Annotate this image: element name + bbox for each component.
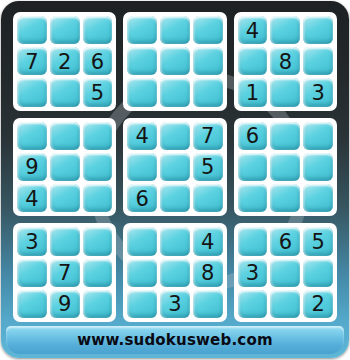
cell-r6c5[interactable] xyxy=(160,184,190,212)
cell-r1c3[interactable] xyxy=(83,16,113,44)
given-digit: 5 xyxy=(91,81,104,104)
cell-r9c1[interactable] xyxy=(17,290,47,318)
cell-r5c9[interactable] xyxy=(303,153,333,181)
given-digit: 4 xyxy=(201,230,214,253)
cell-r6c3[interactable] xyxy=(83,184,113,212)
cell-r8c6[interactable]: 8 xyxy=(193,259,223,287)
given-digit: 3 xyxy=(246,261,259,284)
cell-r1c2[interactable] xyxy=(50,16,80,44)
cell-r5c6[interactable]: 5 xyxy=(193,153,223,181)
given-digit: 3 xyxy=(311,81,324,104)
cell-r2c2[interactable]: 2 xyxy=(50,47,80,75)
given-digit: 4 xyxy=(25,187,38,210)
cell-r4c9[interactable] xyxy=(303,122,333,150)
cell-r8c4[interactable] xyxy=(127,259,157,287)
cell-r4c7[interactable]: 6 xyxy=(238,122,268,150)
given-digit: 6 xyxy=(91,50,104,73)
cell-r7c3[interactable] xyxy=(83,227,113,255)
cell-r6c4[interactable]: 6 xyxy=(127,184,157,212)
cell-r1c4[interactable] xyxy=(127,16,157,44)
given-digit: 8 xyxy=(279,50,292,73)
given-digit: 6 xyxy=(136,187,149,210)
cell-r4c8[interactable] xyxy=(270,122,300,150)
box-2-3: 6 xyxy=(234,118,337,217)
cell-r2c7[interactable] xyxy=(238,47,268,75)
cell-r6c2[interactable] xyxy=(50,184,80,212)
given-digit: 6 xyxy=(246,124,259,147)
cell-r8c9[interactable] xyxy=(303,259,333,287)
cell-r4c1[interactable] xyxy=(17,122,47,150)
cell-r8c8[interactable] xyxy=(270,259,300,287)
cell-r7c6[interactable]: 4 xyxy=(193,227,223,255)
cell-r3c5[interactable] xyxy=(160,78,190,106)
box-3-3: 6532 xyxy=(234,223,337,322)
cell-r1c1[interactable] xyxy=(17,16,47,44)
given-digit: 3 xyxy=(25,230,38,253)
cell-r3c4[interactable] xyxy=(127,78,157,106)
cell-r7c5[interactable] xyxy=(160,227,190,255)
cell-r7c7[interactable] xyxy=(238,227,268,255)
cell-r8c5[interactable] xyxy=(160,259,190,287)
cell-r5c2[interactable] xyxy=(50,153,80,181)
cell-r3c8[interactable] xyxy=(270,78,300,106)
site-footer-bar: www.sudokusweb.com xyxy=(6,326,344,354)
cell-r3c2[interactable] xyxy=(50,78,80,106)
cell-r1c5[interactable] xyxy=(160,16,190,44)
site-url-link[interactable]: www.sudokusweb.com xyxy=(77,331,272,349)
given-digit: 2 xyxy=(311,292,324,315)
given-digit: 4 xyxy=(136,124,149,147)
box-1-2 xyxy=(123,12,226,111)
cell-r1c6[interactable] xyxy=(193,16,223,44)
cell-r7c4[interactable] xyxy=(127,227,157,255)
cell-r4c3[interactable] xyxy=(83,122,113,150)
box-2-2: 4756 xyxy=(123,118,226,217)
cell-r6c9[interactable] xyxy=(303,184,333,212)
cell-r2c1[interactable]: 7 xyxy=(17,47,47,75)
sudoku-board: 7265481394475663794836532 xyxy=(13,12,337,322)
cell-r2c8[interactable]: 8 xyxy=(270,47,300,75)
cell-r8c2[interactable]: 7 xyxy=(50,259,80,287)
given-digit: 7 xyxy=(58,261,71,284)
cell-r4c5[interactable] xyxy=(160,122,190,150)
given-digit: 8 xyxy=(201,261,214,284)
given-digit: 6 xyxy=(279,230,292,253)
given-digit: 4 xyxy=(246,19,259,42)
cell-r9c8[interactable] xyxy=(270,290,300,318)
given-digit: 7 xyxy=(25,50,38,73)
cell-r9c5[interactable]: 3 xyxy=(160,290,190,318)
cell-r3c1[interactable] xyxy=(17,78,47,106)
cell-r1c8[interactable] xyxy=(270,16,300,44)
box-1-1: 7265 xyxy=(13,12,116,111)
box-3-2: 483 xyxy=(123,223,226,322)
cell-r7c8[interactable]: 6 xyxy=(270,227,300,255)
given-digit: 5 xyxy=(311,230,324,253)
cell-r9c6[interactable] xyxy=(193,290,223,318)
cell-r6c7[interactable] xyxy=(238,184,268,212)
cell-r4c6[interactable]: 7 xyxy=(193,122,223,150)
cell-r5c5[interactable] xyxy=(160,153,190,181)
cell-r1c9[interactable] xyxy=(303,16,333,44)
cell-r9c4[interactable] xyxy=(127,290,157,318)
cell-r6c6[interactable] xyxy=(193,184,223,212)
cell-r3c6[interactable] xyxy=(193,78,223,106)
cell-r3c3[interactable]: 5 xyxy=(83,78,113,106)
cell-r2c4[interactable] xyxy=(127,47,157,75)
cell-r4c4[interactable]: 4 xyxy=(127,122,157,150)
cell-r2c6[interactable] xyxy=(193,47,223,75)
given-digit: 7 xyxy=(201,124,214,147)
cell-r5c4[interactable] xyxy=(127,153,157,181)
cell-r9c3[interactable] xyxy=(83,290,113,318)
cell-r3c7[interactable]: 1 xyxy=(238,78,268,106)
cell-r5c8[interactable] xyxy=(270,153,300,181)
cell-r8c1[interactable] xyxy=(17,259,47,287)
given-digit: 9 xyxy=(25,155,38,178)
box-2-1: 94 xyxy=(13,118,116,217)
cell-r8c3[interactable] xyxy=(83,259,113,287)
cell-r8c7[interactable]: 3 xyxy=(238,259,268,287)
cell-r7c1[interactable]: 3 xyxy=(17,227,47,255)
cell-r9c2[interactable]: 9 xyxy=(50,290,80,318)
cell-r1c7[interactable]: 4 xyxy=(238,16,268,44)
cell-r5c7[interactable] xyxy=(238,153,268,181)
given-digit: 5 xyxy=(201,155,214,178)
box-3-1: 379 xyxy=(13,223,116,322)
given-digit: 2 xyxy=(58,50,71,73)
cell-r2c3[interactable]: 6 xyxy=(83,47,113,75)
cell-r7c2[interactable] xyxy=(50,227,80,255)
cell-r7c9[interactable]: 5 xyxy=(303,227,333,255)
cell-r3c9[interactable]: 3 xyxy=(303,78,333,106)
cell-r9c7[interactable] xyxy=(238,290,268,318)
given-digit: 3 xyxy=(168,292,181,315)
given-digit: 9 xyxy=(58,292,71,315)
given-digit: 1 xyxy=(246,81,259,104)
cell-r5c3[interactable] xyxy=(83,153,113,181)
sudoku-widget-frame: 7265481394475663794836532 www.sudokusweb… xyxy=(1,1,349,358)
cell-r6c8[interactable] xyxy=(270,184,300,212)
cell-r2c5[interactable] xyxy=(160,47,190,75)
box-1-3: 4813 xyxy=(234,12,337,111)
cell-r2c9[interactable] xyxy=(303,47,333,75)
cell-r4c2[interactable] xyxy=(50,122,80,150)
cell-r9c9[interactable]: 2 xyxy=(303,290,333,318)
cell-r6c1[interactable]: 4 xyxy=(17,184,47,212)
cell-r5c1[interactable]: 9 xyxy=(17,153,47,181)
